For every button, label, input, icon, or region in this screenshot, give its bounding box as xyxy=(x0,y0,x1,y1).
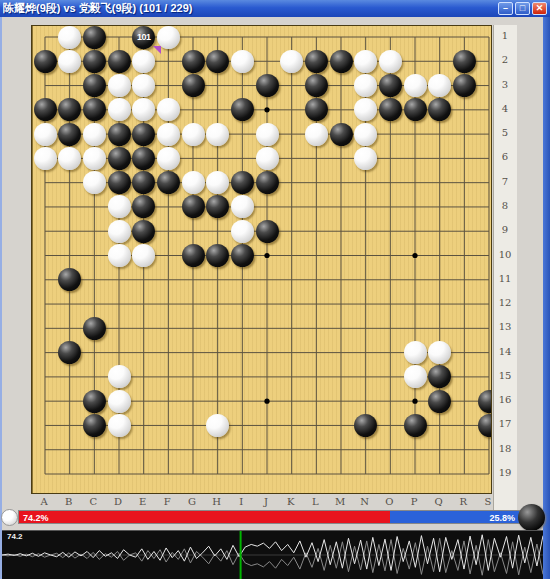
stone-black xyxy=(58,123,81,146)
column-label-I: I xyxy=(231,496,251,507)
stone-black xyxy=(108,171,131,194)
stone-black xyxy=(256,220,279,243)
column-label-C: C xyxy=(83,496,103,507)
stone-black xyxy=(379,98,402,121)
stone-black xyxy=(231,98,254,121)
stone-black xyxy=(206,244,229,267)
stone-black xyxy=(182,50,205,73)
stone-white xyxy=(34,147,57,170)
stone-black xyxy=(182,244,205,267)
stone-white xyxy=(83,171,106,194)
stone-black xyxy=(428,390,451,413)
column-label-K: K xyxy=(281,496,301,507)
row-label-12: 12 xyxy=(493,297,517,308)
column-label-Q: Q xyxy=(429,496,449,507)
last-move-marker-icon xyxy=(153,46,161,54)
stone-black xyxy=(108,123,131,146)
stone-black xyxy=(83,98,106,121)
stone-white xyxy=(182,123,205,146)
stone-black xyxy=(453,50,476,73)
stone-black xyxy=(404,98,427,121)
window-buttons: –□✕ xyxy=(496,2,547,15)
stone-black xyxy=(231,171,254,194)
stone-black xyxy=(231,244,254,267)
stone-white xyxy=(34,123,57,146)
row-label-13: 13 xyxy=(493,321,517,332)
row-label-8: 8 xyxy=(493,200,517,211)
stone-white xyxy=(231,220,254,243)
stone-black xyxy=(206,50,229,73)
window-titlebar: 陈耀烨(9段) vs 党毅飞(9段) (101 / 229) –□✕ xyxy=(0,0,550,17)
stone-white xyxy=(83,147,106,170)
stone-white xyxy=(182,171,205,194)
stone-black xyxy=(182,74,205,97)
row-label-11: 11 xyxy=(493,273,517,284)
row-label-1: 1 xyxy=(493,30,517,41)
column-label-H: H xyxy=(207,496,227,507)
stone-white xyxy=(108,365,131,388)
stone-black xyxy=(256,171,279,194)
stone-white xyxy=(354,50,377,73)
row-label-strip xyxy=(493,25,517,511)
row-label-14: 14 xyxy=(493,346,517,357)
white-win-percent: 74.2% xyxy=(23,513,49,523)
stone-white xyxy=(280,50,303,73)
stone-black xyxy=(354,414,377,437)
stone-white xyxy=(354,123,377,146)
row-label-3: 3 xyxy=(493,79,517,90)
stone-white xyxy=(108,195,131,218)
window-title: 陈耀烨(9段) vs 党毅飞(9段) (101 / 229) xyxy=(3,1,496,16)
row-label-18: 18 xyxy=(493,443,517,454)
stone-white xyxy=(108,74,131,97)
row-label-19: 19 xyxy=(493,467,517,478)
stone-white xyxy=(108,390,131,413)
column-label-M: M xyxy=(330,496,350,507)
column-label-J: J xyxy=(256,496,276,507)
column-label-P: P xyxy=(404,496,424,507)
column-label-R: R xyxy=(453,496,473,507)
stone-black xyxy=(83,414,106,437)
winrate-graph-canvas xyxy=(2,531,543,579)
maximize-button[interactable]: □ xyxy=(515,2,530,15)
stone-white xyxy=(206,123,229,146)
stone-black xyxy=(34,98,57,121)
row-label-10: 10 xyxy=(493,249,517,260)
row-label-4: 4 xyxy=(493,103,517,114)
stone-white xyxy=(132,244,155,267)
stone-black xyxy=(330,123,353,146)
column-label-E: E xyxy=(133,496,153,507)
stone-black xyxy=(108,147,131,170)
winrate-history-graph[interactable]: 74.2 xyxy=(2,530,543,579)
black-win-segment: 25.8% xyxy=(390,511,519,523)
row-label-5: 5 xyxy=(493,127,517,138)
stone-black xyxy=(453,74,476,97)
stone-black xyxy=(305,74,328,97)
column-label-L: L xyxy=(305,496,325,507)
row-label-9: 9 xyxy=(493,224,517,235)
stone-white xyxy=(256,147,279,170)
stone-black xyxy=(305,50,328,73)
column-label-F: F xyxy=(157,496,177,507)
stone-white xyxy=(256,123,279,146)
white-stone-icon xyxy=(1,509,18,526)
stone-white xyxy=(305,123,328,146)
stone-black xyxy=(157,171,180,194)
stone-white xyxy=(157,123,180,146)
row-label-16: 16 xyxy=(493,394,517,405)
column-label-D: D xyxy=(108,496,128,507)
win-rate-bar: 74.2% 25.8% xyxy=(0,508,550,530)
minimize-button[interactable]: – xyxy=(498,2,513,15)
row-label-15: 15 xyxy=(493,370,517,381)
stone-black xyxy=(83,50,106,73)
stone-white xyxy=(58,50,81,73)
stone-black xyxy=(83,317,106,340)
stone-black xyxy=(83,390,106,413)
stone-white xyxy=(354,147,377,170)
black-stone-icon xyxy=(518,504,545,531)
white-win-segment: 74.2% xyxy=(19,511,390,523)
graph-current-value: 74.2 xyxy=(7,532,23,541)
column-label-N: N xyxy=(355,496,375,507)
row-label-7: 7 xyxy=(493,176,517,187)
stone-black xyxy=(404,414,427,437)
stone-white xyxy=(108,98,131,121)
stone-white xyxy=(108,244,131,267)
window-border-left xyxy=(0,17,2,579)
stone-white xyxy=(379,50,402,73)
stone-black xyxy=(182,195,205,218)
stone-black xyxy=(132,147,155,170)
stone-black xyxy=(379,74,402,97)
stone-white xyxy=(206,414,229,437)
stone-white xyxy=(404,74,427,97)
stone-white xyxy=(231,50,254,73)
stone-black xyxy=(330,50,353,73)
stone-black xyxy=(83,74,106,97)
row-label-6: 6 xyxy=(493,151,517,162)
close-button[interactable]: ✕ xyxy=(532,2,547,15)
stone-black xyxy=(132,220,155,243)
stone-black xyxy=(34,50,57,73)
column-label-O: O xyxy=(379,496,399,507)
row-label-17: 17 xyxy=(493,418,517,429)
stone-white xyxy=(58,147,81,170)
stone-white xyxy=(157,147,180,170)
stone-black xyxy=(132,123,155,146)
go-board[interactable]: 101 xyxy=(31,25,492,494)
stone-black xyxy=(305,98,328,121)
stone-white xyxy=(108,414,131,437)
stone-black xyxy=(83,26,106,49)
column-label-B: B xyxy=(59,496,79,507)
row-label-2: 2 xyxy=(493,54,517,65)
stone-black xyxy=(108,50,131,73)
column-label-G: G xyxy=(182,496,202,507)
app-window: 陈耀烨(9段) vs 党毅飞(9段) (101 / 229) –□✕ 101 A… xyxy=(0,0,550,579)
stone-white xyxy=(58,26,81,49)
stone-black xyxy=(256,74,279,97)
stone-white xyxy=(157,98,180,121)
column-label-A: A xyxy=(34,496,54,507)
win-rate-track: 74.2% 25.8% xyxy=(18,510,520,524)
window-border-right xyxy=(543,17,550,579)
stone-white xyxy=(404,341,427,364)
stone-white xyxy=(83,123,106,146)
black-win-percent: 25.8% xyxy=(489,513,515,523)
stone-white xyxy=(108,220,131,243)
stone-white xyxy=(404,365,427,388)
